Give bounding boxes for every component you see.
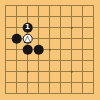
- board-point[interactable]: [44, 77, 55, 88]
- board-point[interactable]: [66, 55, 77, 66]
- board-point[interactable]: [0, 22, 11, 33]
- board-point[interactable]: △: [22, 33, 33, 44]
- board-point[interactable]: [11, 66, 22, 77]
- board-point[interactable]: [66, 0, 77, 11]
- board-point[interactable]: [0, 88, 11, 99]
- board-point[interactable]: [33, 0, 44, 11]
- board-point[interactable]: [44, 33, 55, 44]
- board-point[interactable]: [0, 44, 11, 55]
- board-point[interactable]: [77, 66, 88, 77]
- board-point[interactable]: [77, 88, 88, 99]
- board-point[interactable]: [44, 55, 55, 66]
- board-point[interactable]: [0, 66, 11, 77]
- board-point[interactable]: [0, 55, 11, 66]
- board-point[interactable]: [66, 11, 77, 22]
- board-point[interactable]: [44, 11, 55, 22]
- hoshi-point-icon: [48, 48, 50, 50]
- board-point[interactable]: [22, 0, 33, 11]
- board-point[interactable]: [77, 22, 88, 33]
- board-grid: 1△: [0, 0, 99, 99]
- board-point[interactable]: [55, 77, 66, 88]
- go-board: 1△: [0, 0, 100, 100]
- black-stone: [22, 44, 33, 55]
- board-point[interactable]: [22, 77, 33, 88]
- board-point[interactable]: [88, 55, 99, 66]
- board-point[interactable]: [0, 33, 11, 44]
- hoshi-point-icon: [26, 70, 28, 72]
- board-point[interactable]: [22, 44, 33, 55]
- board-point[interactable]: [66, 33, 77, 44]
- board-point[interactable]: [66, 44, 77, 55]
- board-point[interactable]: [33, 66, 44, 77]
- board-point[interactable]: [11, 88, 22, 99]
- board-point[interactable]: [44, 44, 55, 55]
- board-point[interactable]: [33, 11, 44, 22]
- board-point[interactable]: [33, 44, 44, 55]
- move-number-label: 1: [25, 24, 30, 31]
- board-point[interactable]: [11, 33, 22, 44]
- white-stone: △: [22, 33, 33, 44]
- board-point[interactable]: [44, 88, 55, 99]
- board-point[interactable]: [77, 55, 88, 66]
- board-point[interactable]: [77, 44, 88, 55]
- board-point[interactable]: [88, 44, 99, 55]
- board-point[interactable]: [88, 77, 99, 88]
- board-point[interactable]: [55, 66, 66, 77]
- board-point[interactable]: [0, 11, 11, 22]
- board-point[interactable]: [66, 88, 77, 99]
- board-point[interactable]: [11, 55, 22, 66]
- board-point[interactable]: [22, 88, 33, 99]
- board-point[interactable]: [88, 66, 99, 77]
- board-point[interactable]: [11, 22, 22, 33]
- black-stone: [33, 44, 44, 55]
- board-point[interactable]: [33, 22, 44, 33]
- board-point[interactable]: [88, 33, 99, 44]
- board-point[interactable]: [55, 22, 66, 33]
- board-point[interactable]: [77, 77, 88, 88]
- hoshi-point-icon: [70, 26, 72, 28]
- black-stone: 1: [22, 22, 33, 33]
- board-point[interactable]: [55, 88, 66, 99]
- board-point[interactable]: [88, 11, 99, 22]
- board-point[interactable]: [88, 88, 99, 99]
- board-point[interactable]: [66, 22, 77, 33]
- board-point[interactable]: [0, 77, 11, 88]
- board-point[interactable]: [66, 66, 77, 77]
- board-point[interactable]: [55, 44, 66, 55]
- board-point[interactable]: [33, 33, 44, 44]
- board-point[interactable]: [0, 0, 11, 11]
- board-point[interactable]: [22, 11, 33, 22]
- board-point[interactable]: [11, 77, 22, 88]
- black-stone: [11, 33, 22, 44]
- board-point[interactable]: [11, 11, 22, 22]
- board-point[interactable]: [77, 11, 88, 22]
- triangle-mark-icon: △: [24, 34, 31, 44]
- board-point[interactable]: [44, 22, 55, 33]
- board-point[interactable]: [66, 77, 77, 88]
- hoshi-point-icon: [70, 70, 72, 72]
- board-point[interactable]: [55, 33, 66, 44]
- board-point[interactable]: [22, 55, 33, 66]
- board-point[interactable]: [88, 0, 99, 11]
- board-point[interactable]: [77, 33, 88, 44]
- board-point[interactable]: [33, 77, 44, 88]
- board-point[interactable]: [55, 11, 66, 22]
- board-point[interactable]: [88, 22, 99, 33]
- board-point[interactable]: [11, 44, 22, 55]
- board-point[interactable]: [33, 88, 44, 99]
- board-point[interactable]: [55, 0, 66, 11]
- board-point[interactable]: [11, 0, 22, 11]
- board-point[interactable]: [22, 66, 33, 77]
- board-point[interactable]: 1: [22, 22, 33, 33]
- board-point[interactable]: [44, 66, 55, 77]
- board-point[interactable]: [77, 0, 88, 11]
- board-point[interactable]: [33, 55, 44, 66]
- board-point[interactable]: [44, 0, 55, 11]
- board-point[interactable]: [55, 55, 66, 66]
